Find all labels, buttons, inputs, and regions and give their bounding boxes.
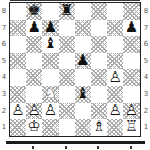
square-d7 xyxy=(59,20,75,37)
square-a7 xyxy=(10,20,26,37)
square-c5 xyxy=(42,53,58,70)
white-pawn-icon: ♟♙ xyxy=(10,103,26,120)
square-f4 xyxy=(91,69,107,86)
black-bishop-icon: ♝ xyxy=(75,86,91,103)
square-e2 xyxy=(75,103,91,120)
white-bishop-icon: ♝♗ xyxy=(91,119,107,136)
square-b5 xyxy=(26,53,42,70)
rank-label-7: 7 xyxy=(142,20,150,37)
square-g7 xyxy=(107,20,123,37)
square-c1 xyxy=(42,119,58,136)
black-bishop-icon: ♝ xyxy=(42,36,58,53)
square-c2: ♟♙ xyxy=(42,103,58,120)
rank-label-8: 8 xyxy=(142,3,150,20)
square-e5: ♟ xyxy=(75,53,91,70)
bottom-rule xyxy=(6,141,145,144)
square-b7: ♟ xyxy=(26,20,42,37)
square-g1 xyxy=(107,119,123,136)
rank-label-8: 8 xyxy=(0,3,8,20)
square-g4: ♟♙ xyxy=(107,69,123,86)
square-f1: ♝♗ xyxy=(91,119,107,136)
square-b6 xyxy=(26,36,42,53)
rank-label-5: 5 xyxy=(0,53,8,70)
file-tick xyxy=(65,146,67,149)
chess-board: ♚♜♟♟♟♝♟♟♙♞♘♝♟♙♟♙♟♙♟♙♟♙♚♔♝♗♜♖ xyxy=(9,2,141,137)
white-pawn-icon: ♟♙ xyxy=(107,103,123,120)
rank-label-1: 1 xyxy=(0,119,8,136)
square-h7: ♟ xyxy=(123,20,139,37)
square-a1 xyxy=(10,119,26,136)
white-rook-icon: ♜♖ xyxy=(123,119,139,136)
square-a6 xyxy=(10,36,26,53)
square-f8 xyxy=(91,3,107,20)
rank-labels-left: 87654321 xyxy=(0,3,8,136)
rank-label-4: 4 xyxy=(0,69,8,86)
rank-label-3: 3 xyxy=(0,86,8,103)
white-pawn-icon: ♟♙ xyxy=(42,103,58,120)
rank-label-7: 7 xyxy=(0,20,8,37)
rank-label-5: 5 xyxy=(142,53,150,70)
black-pawn-icon: ♟ xyxy=(26,20,42,37)
rank-label-1: 1 xyxy=(142,119,150,136)
square-a4 xyxy=(10,69,26,86)
square-f5 xyxy=(91,53,107,70)
square-f7 xyxy=(91,20,107,37)
square-d5 xyxy=(59,53,75,70)
rank-label-2: 2 xyxy=(142,103,150,120)
square-b4 xyxy=(26,69,42,86)
square-d1 xyxy=(59,119,75,136)
file-tick xyxy=(130,146,132,149)
square-f6 xyxy=(91,36,107,53)
square-h5 xyxy=(123,53,139,70)
square-d2 xyxy=(59,103,75,120)
square-a2: ♟♙ xyxy=(10,103,26,120)
square-a5 xyxy=(10,53,26,70)
rank-label-4: 4 xyxy=(142,69,150,86)
black-pawn-icon: ♟ xyxy=(75,53,91,70)
square-e8 xyxy=(75,3,91,20)
square-h6 xyxy=(123,36,139,53)
black-rook-icon: ♜ xyxy=(59,3,75,20)
rank-labels-right: 87654321 xyxy=(142,3,150,136)
black-pawn-icon: ♟ xyxy=(123,20,139,37)
chess-diagram: { "game": "chess", "position": { "fen": … xyxy=(0,0,150,150)
rank-label-3: 3 xyxy=(142,86,150,103)
square-h1: ♜♖ xyxy=(123,119,139,136)
square-e3: ♝ xyxy=(75,86,91,103)
white-king-icon: ♚♔ xyxy=(26,119,42,136)
rank-label-6: 6 xyxy=(142,36,150,53)
rank-label-2: 2 xyxy=(0,103,8,120)
square-d8: ♜ xyxy=(59,3,75,20)
square-c6: ♝ xyxy=(42,36,58,53)
square-f3 xyxy=(91,86,107,103)
square-d6 xyxy=(59,36,75,53)
square-e7 xyxy=(75,20,91,37)
rank-label-6: 6 xyxy=(0,36,8,53)
file-tick xyxy=(32,146,34,149)
square-d4 xyxy=(59,69,75,86)
file-tick xyxy=(97,146,99,149)
square-e1 xyxy=(75,119,91,136)
square-g6 xyxy=(107,36,123,53)
cropped-file-letter-ticks xyxy=(0,146,150,150)
square-d3 xyxy=(59,86,75,103)
square-b1: ♚♔ xyxy=(26,119,42,136)
square-g2: ♟♙ xyxy=(107,103,123,120)
square-a8 xyxy=(10,3,26,20)
square-g8 xyxy=(107,3,123,20)
white-pawn-icon: ♟♙ xyxy=(107,69,123,86)
square-h4 xyxy=(123,69,139,86)
